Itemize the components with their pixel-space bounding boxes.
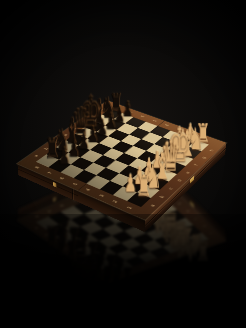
chess-board: ♜♞♝♛♚♝♞♜♟♟♟♟♟♟♟♟♟♟♟♟♟♟♟♟♜♞♝♛♚♝♞♜ abcdefg… [17,101,226,220]
brass-hinge [53,181,56,187]
white-rook-a1[interactable]: ♜ [136,172,153,202]
black-pawn-a7[interactable]: ♟ [58,145,70,168]
white-pawn-a2[interactable]: ♟ [124,171,136,195]
black-rook-a8[interactable]: ♜ [44,135,59,163]
floor-fade-gradient [0,214,246,328]
brass-latch [190,175,194,183]
photo-stage: ♜♞♝♛♚♝♞♜♟♟♟♟♟♟♟♟♟♟♟♟♟♟♟♟♜♞♝♛♚♝♞♜ abcdefg… [0,0,246,328]
